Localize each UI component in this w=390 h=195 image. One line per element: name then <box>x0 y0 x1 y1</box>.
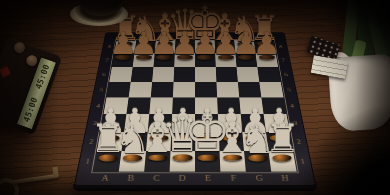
piece-white-rook-h1[interactable]: ♜ <box>265 122 300 162</box>
key-shaft <box>12 174 59 185</box>
table-key <box>0 160 70 195</box>
white-rook-glyph: ♜ <box>265 122 300 158</box>
piece-black-pawn-h7[interactable]: ♟ <box>253 29 281 60</box>
black-pawn-glyph: ♟ <box>253 29 281 58</box>
key-bit <box>52 167 58 177</box>
chess-game-scene: 45:00 45:00 ABCDEFGH 87654321 87654321 ♜… <box>0 0 390 195</box>
